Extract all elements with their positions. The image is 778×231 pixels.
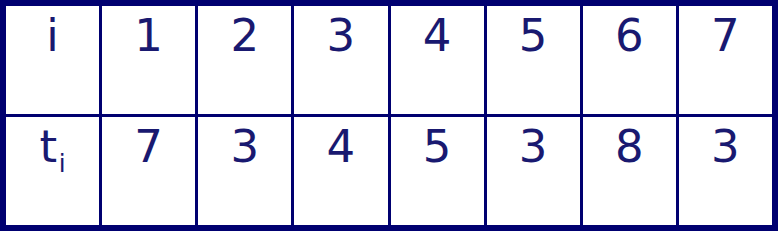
time-cell-1: 7 — [102, 117, 195, 225]
header-cell-ti: ti — [6, 117, 99, 225]
time-cell-6: 8 — [583, 117, 676, 225]
time-value: 3 — [711, 124, 740, 169]
time-cell-2: 3 — [198, 117, 291, 225]
time-value: 7 — [134, 124, 163, 169]
time-value: 4 — [327, 124, 356, 169]
index-value: 4 — [423, 13, 452, 58]
header-label-i: i — [46, 13, 59, 58]
time-cell-3: 4 — [294, 117, 387, 225]
header-cell-i: i — [6, 6, 99, 114]
index-cell-4: 4 — [391, 6, 484, 114]
index-value: 5 — [519, 13, 548, 58]
ti-subscript: i — [59, 149, 66, 178]
index-cell-3: 3 — [294, 6, 387, 114]
index-cell-2: 2 — [198, 6, 291, 114]
time-value: 3 — [230, 124, 259, 169]
ti-base: t — [40, 120, 58, 173]
index-value: 7 — [711, 13, 740, 58]
time-value: 3 — [519, 124, 548, 169]
header-label-ti: ti — [40, 124, 66, 169]
index-value: 6 — [615, 13, 644, 58]
index-cell-7: 7 — [679, 6, 772, 114]
time-cell-5: 3 — [487, 117, 580, 225]
time-cell-7: 3 — [679, 117, 772, 225]
index-cell-5: 5 — [487, 6, 580, 114]
index-value: 1 — [134, 13, 163, 58]
time-cell-4: 5 — [391, 117, 484, 225]
time-value: 5 — [423, 124, 452, 169]
index-cell-6: 6 — [583, 6, 676, 114]
index-value: 2 — [230, 13, 259, 58]
task-time-table: i 1 2 3 4 5 6 7 ti 7 3 4 5 3 8 3 — [0, 0, 778, 231]
index-value: 3 — [327, 13, 356, 58]
index-cell-1: 1 — [102, 6, 195, 114]
time-value: 8 — [615, 124, 644, 169]
